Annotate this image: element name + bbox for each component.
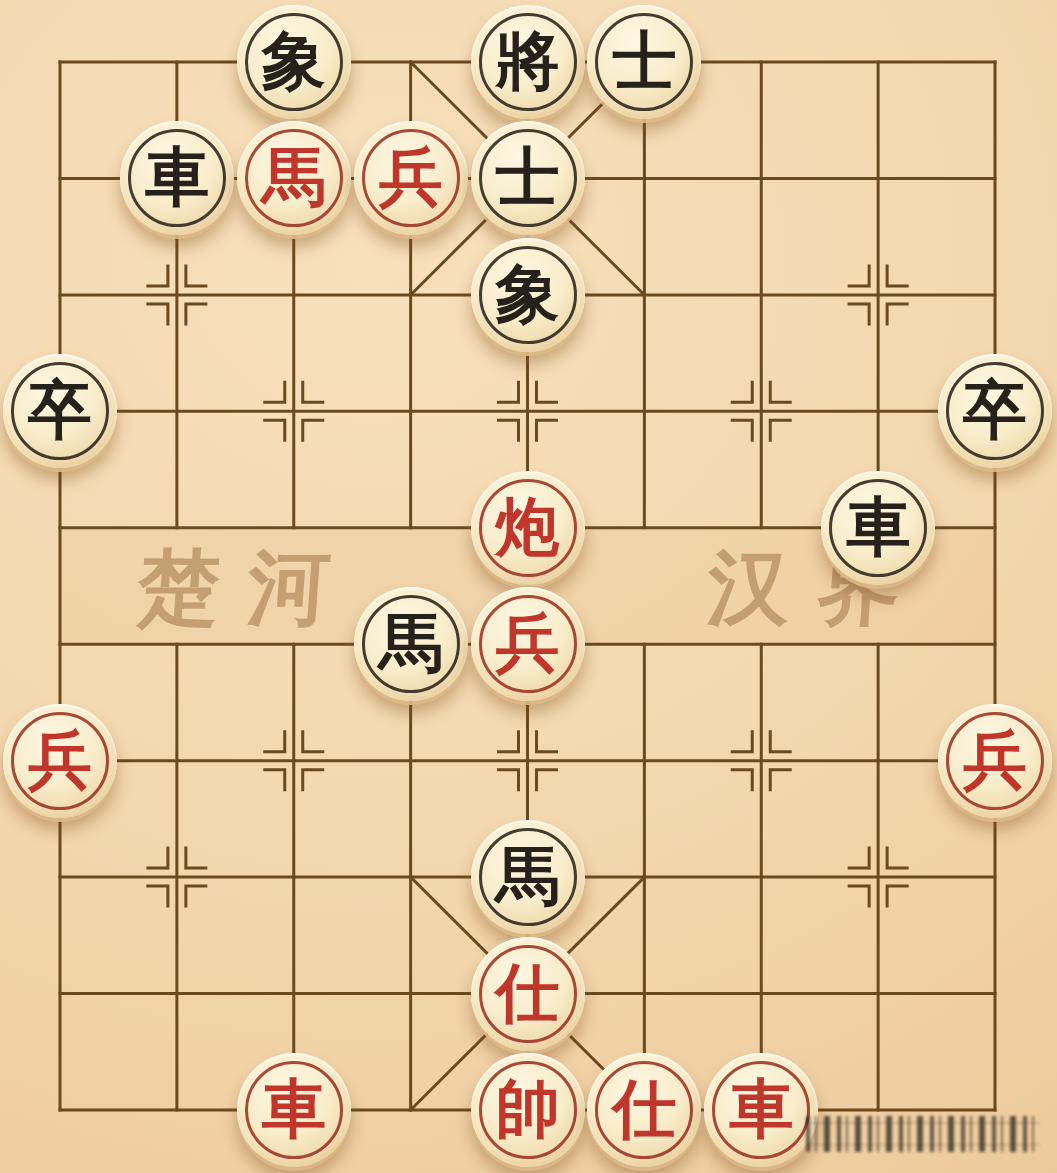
red-general-glyph: 帥 — [496, 1052, 560, 1166]
black-soldier-glyph: 卒 — [28, 353, 92, 467]
piece-black-advisor-f6r0[interactable]: 士 — [587, 5, 701, 119]
piece-red-soldier-f9r6[interactable]: 兵 — [938, 704, 1052, 818]
red-soldier-glyph: 兵 — [496, 586, 560, 700]
black-elephant-glyph: 象 — [262, 4, 326, 118]
piece-red-chariot-f3r9[interactable]: 車 — [237, 1053, 351, 1167]
piece-red-soldier-f1r6[interactable]: 兵 — [3, 704, 117, 818]
black-chariot-glyph: 車 — [145, 120, 209, 234]
piece-black-general-f5r0[interactable]: 將 — [471, 5, 585, 119]
red-soldier-glyph: 兵 — [28, 703, 92, 817]
red-soldier-glyph: 兵 — [963, 703, 1027, 817]
black-elephant-glyph: 象 — [496, 237, 560, 351]
black-advisor-glyph: 士 — [496, 120, 560, 234]
piece-red-advisor-f6r9[interactable]: 仕 — [587, 1053, 701, 1167]
red-advisor-glyph: 仕 — [496, 936, 560, 1050]
black-advisor-glyph: 士 — [612, 4, 676, 118]
red-cannon-glyph: 炮 — [496, 470, 560, 584]
piece-black-elephant-f3r0[interactable]: 象 — [237, 5, 351, 119]
piece-red-soldier-f5r5[interactable]: 兵 — [471, 587, 585, 701]
piece-black-advisor-f5r1[interactable]: 士 — [471, 121, 585, 235]
piece-red-general-f5r9[interactable]: 帥 — [471, 1053, 585, 1167]
piece-black-chariot-f8r4[interactable]: 車 — [821, 471, 935, 585]
black-chariot-glyph: 車 — [846, 470, 910, 584]
piece-black-chariot-f2r1[interactable]: 車 — [120, 121, 234, 235]
piece-red-chariot-f7r9[interactable]: 車 — [704, 1053, 818, 1167]
piece-black-soldier-f9r3[interactable]: 卒 — [938, 354, 1052, 468]
river-label-chu-he: 楚河 — [134, 534, 362, 644]
xiangqi-board-screen: 楚河 汉界 象將士車馬兵士象卒卒炮車馬兵兵兵馬仕車帥仕車 — [0, 0, 1057, 1173]
piece-black-soldier-f1r3[interactable]: 卒 — [3, 354, 117, 468]
red-soldier-glyph: 兵 — [379, 120, 443, 234]
piece-red-advisor-f5r8[interactable]: 仕 — [471, 937, 585, 1051]
watermark-barcode — [806, 1116, 1040, 1152]
black-horse-glyph: 馬 — [379, 586, 443, 700]
black-soldier-glyph: 卒 — [963, 353, 1027, 467]
red-advisor-glyph: 仕 — [612, 1052, 676, 1166]
piece-black-horse-f4r5[interactable]: 馬 — [354, 587, 468, 701]
red-chariot-glyph: 車 — [262, 1052, 326, 1166]
piece-red-cannon-f5r4[interactable]: 炮 — [471, 471, 585, 585]
red-horse-glyph: 馬 — [262, 120, 326, 234]
black-general-glyph: 將 — [496, 4, 560, 118]
piece-black-elephant-f5r2[interactable]: 象 — [471, 238, 585, 352]
red-chariot-glyph: 車 — [729, 1052, 793, 1166]
piece-red-soldier-f4r1[interactable]: 兵 — [354, 121, 468, 235]
piece-black-horse-f5r7[interactable]: 馬 — [471, 820, 585, 934]
piece-red-horse-f3r1[interactable]: 馬 — [237, 121, 351, 235]
black-horse-glyph: 馬 — [496, 819, 560, 933]
